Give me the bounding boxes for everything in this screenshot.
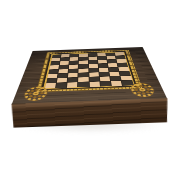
box	[0, 0, 178, 176]
board-square	[89, 82, 99, 87]
board-square	[100, 81, 111, 86]
board-square	[56, 83, 67, 88]
gold-line-border	[43, 52, 135, 89]
rosette-medallion-right-icon	[128, 82, 159, 99]
board-square	[111, 81, 122, 86]
board-square	[78, 82, 88, 87]
rosette-medallion-left-icon	[20, 85, 50, 102]
chessboard	[45, 52, 134, 88]
board-square	[67, 82, 77, 87]
product-photo	[0, 0, 178, 176]
frame-gap	[41, 51, 137, 90]
box-lid-top	[12, 47, 168, 105]
gold-braid-frame	[36, 50, 143, 93]
